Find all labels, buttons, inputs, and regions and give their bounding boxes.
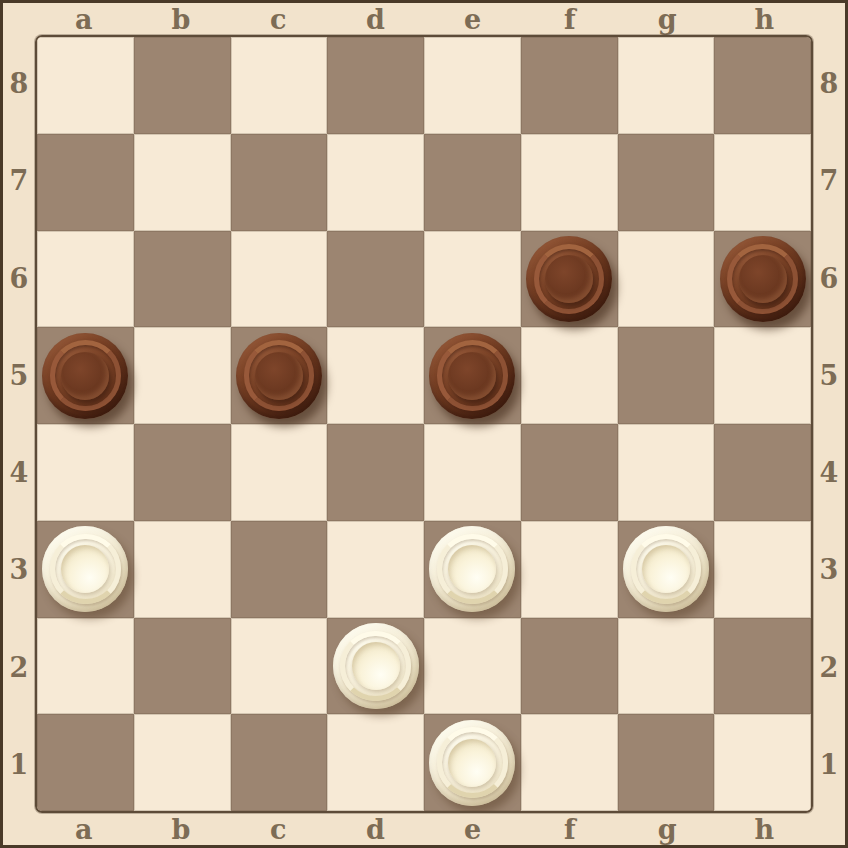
file-labels-top: abcdefgh	[35, 3, 813, 35]
square-b5[interactable]	[134, 327, 231, 424]
file-label-g: g	[619, 813, 716, 845]
square-h7[interactable]	[714, 134, 811, 231]
rank-label-1: 1	[813, 716, 845, 813]
file-label-a: a	[35, 3, 132, 35]
square-a2[interactable]	[37, 618, 134, 715]
square-e8[interactable]	[424, 37, 521, 134]
white-man-g3[interactable]: ⛀	[623, 526, 709, 612]
square-h8[interactable]	[714, 37, 811, 134]
rank-label-4: 4	[3, 424, 35, 521]
rank-label-3: 3	[813, 521, 845, 618]
file-label-d: d	[327, 813, 424, 845]
square-b8[interactable]	[134, 37, 231, 134]
square-f1[interactable]	[521, 714, 618, 811]
square-f7[interactable]	[521, 134, 618, 231]
piece-dome	[255, 352, 303, 400]
square-d2[interactable]: ⛀	[327, 618, 424, 715]
square-b6[interactable]	[134, 231, 231, 328]
rank-label-4: 4	[813, 424, 845, 521]
square-e6[interactable]	[424, 231, 521, 328]
file-label-c: c	[230, 3, 327, 35]
square-d3[interactable]	[327, 521, 424, 618]
square-c6[interactable]	[231, 231, 328, 328]
square-c5[interactable]: ⛂	[231, 327, 328, 424]
black-man-h6[interactable]: ⛂	[720, 236, 806, 322]
rank-label-7: 7	[813, 132, 845, 229]
square-f5[interactable]	[521, 327, 618, 424]
square-g3[interactable]: ⛀	[618, 521, 715, 618]
square-h2[interactable]	[714, 618, 811, 715]
square-h3[interactable]	[714, 521, 811, 618]
square-c4[interactable]	[231, 424, 328, 521]
square-g8[interactable]	[618, 37, 715, 134]
square-b4[interactable]	[134, 424, 231, 521]
black-man-c5[interactable]: ⛂	[236, 333, 322, 419]
square-c2[interactable]	[231, 618, 328, 715]
square-c8[interactable]	[231, 37, 328, 134]
square-d6[interactable]	[327, 231, 424, 328]
square-g6[interactable]	[618, 231, 715, 328]
square-f2[interactable]	[521, 618, 618, 715]
rank-label-7: 7	[3, 132, 35, 229]
file-label-b: b	[132, 813, 229, 845]
square-h1[interactable]	[714, 714, 811, 811]
square-h4[interactable]	[714, 424, 811, 521]
piece-dome	[739, 255, 787, 303]
square-c1[interactable]	[231, 714, 328, 811]
rank-label-1: 1	[3, 716, 35, 813]
file-label-h: h	[716, 3, 813, 35]
square-b3[interactable]	[134, 521, 231, 618]
square-g7[interactable]	[618, 134, 715, 231]
black-man-a5[interactable]: ⛂	[42, 333, 128, 419]
square-f4[interactable]	[521, 424, 618, 521]
square-d7[interactable]	[327, 134, 424, 231]
rank-label-8: 8	[3, 35, 35, 132]
square-d8[interactable]	[327, 37, 424, 134]
white-man-e1[interactable]: ⛀	[429, 720, 515, 806]
white-man-a3[interactable]: ⛀	[42, 526, 128, 612]
square-g2[interactable]	[618, 618, 715, 715]
file-label-h: h	[716, 813, 813, 845]
file-label-f: f	[521, 813, 618, 845]
square-f8[interactable]	[521, 37, 618, 134]
rank-label-3: 3	[3, 521, 35, 618]
square-d4[interactable]	[327, 424, 424, 521]
file-label-b: b	[132, 3, 229, 35]
rank-label-2: 2	[813, 619, 845, 716]
file-label-g: g	[619, 3, 716, 35]
piece-dome	[61, 352, 109, 400]
black-man-e5[interactable]: ⛂	[429, 333, 515, 419]
rank-labels-right: 87654321	[813, 35, 845, 813]
rank-label-8: 8	[813, 35, 845, 132]
square-a6[interactable]	[37, 231, 134, 328]
square-d5[interactable]	[327, 327, 424, 424]
rank-labels-left: 87654321	[3, 35, 35, 813]
square-e2[interactable]	[424, 618, 521, 715]
square-e4[interactable]	[424, 424, 521, 521]
rank-label-6: 6	[813, 230, 845, 327]
square-g5[interactable]	[618, 327, 715, 424]
square-g1[interactable]	[618, 714, 715, 811]
square-g4[interactable]	[618, 424, 715, 521]
piece-dome	[352, 642, 400, 690]
file-label-c: c	[230, 813, 327, 845]
square-f6[interactable]: ⛂	[521, 231, 618, 328]
square-e5[interactable]: ⛂	[424, 327, 521, 424]
square-a4[interactable]	[37, 424, 134, 521]
square-c7[interactable]	[231, 134, 328, 231]
square-h5[interactable]	[714, 327, 811, 424]
square-b1[interactable]	[134, 714, 231, 811]
file-labels-bottom: abcdefgh	[35, 813, 813, 845]
file-label-a: a	[35, 813, 132, 845]
square-a3[interactable]: ⛀	[37, 521, 134, 618]
board-frame: abcdefgh abcdefgh 87654321 87654321 ⛂⛂⛂⛂…	[0, 0, 848, 848]
square-b2[interactable]	[134, 618, 231, 715]
rank-label-5: 5	[3, 327, 35, 424]
rank-label-5: 5	[813, 327, 845, 424]
square-a7[interactable]	[37, 134, 134, 231]
piece-dome	[642, 545, 690, 593]
rank-label-6: 6	[3, 230, 35, 327]
white-man-d2[interactable]: ⛀	[333, 623, 419, 709]
rank-label-2: 2	[3, 619, 35, 716]
square-a5[interactable]: ⛂	[37, 327, 134, 424]
square-e3[interactable]: ⛀	[424, 521, 521, 618]
file-label-f: f	[521, 3, 618, 35]
piece-dome	[448, 739, 496, 787]
checkers-board: ⛂⛂⛂⛂⛂⛀⛀⛀⛀⛀	[35, 35, 813, 813]
black-man-f6[interactable]: ⛂	[526, 236, 612, 322]
square-h6[interactable]: ⛂	[714, 231, 811, 328]
file-label-e: e	[424, 813, 521, 845]
piece-dome	[545, 255, 593, 303]
square-f3[interactable]	[521, 521, 618, 618]
file-label-d: d	[327, 3, 424, 35]
square-b7[interactable]	[134, 134, 231, 231]
square-e7[interactable]	[424, 134, 521, 231]
square-a8[interactable]	[37, 37, 134, 134]
piece-dome	[448, 352, 496, 400]
white-man-e3[interactable]: ⛀	[429, 526, 515, 612]
square-d1[interactable]	[327, 714, 424, 811]
file-label-e: e	[424, 3, 521, 35]
square-a1[interactable]	[37, 714, 134, 811]
square-e1[interactable]: ⛀	[424, 714, 521, 811]
square-c3[interactable]	[231, 521, 328, 618]
